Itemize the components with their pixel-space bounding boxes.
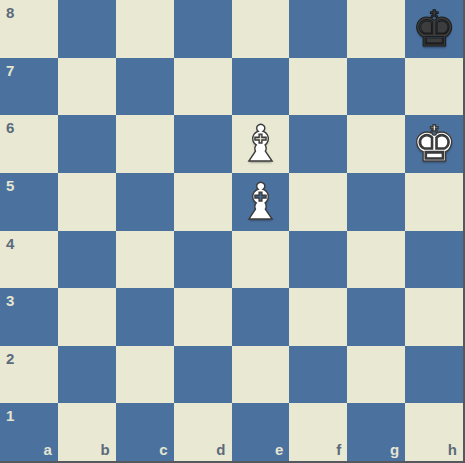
square-f1[interactable]: f xyxy=(289,403,347,461)
square-d4[interactable] xyxy=(174,231,232,289)
square-d1[interactable]: d xyxy=(174,403,232,461)
rank-label-1: 1 xyxy=(6,408,14,423)
square-h7[interactable] xyxy=(405,58,463,116)
square-b5[interactable] xyxy=(58,173,116,231)
square-b6[interactable] xyxy=(58,115,116,173)
square-f2[interactable] xyxy=(289,346,347,404)
rank-label-3: 3 xyxy=(6,293,14,308)
square-h3[interactable] xyxy=(405,288,463,346)
square-b4[interactable] xyxy=(58,231,116,289)
square-d8[interactable] xyxy=(174,0,232,58)
square-e7[interactable] xyxy=(232,58,290,116)
square-e2[interactable] xyxy=(232,346,290,404)
rank-label-8: 8 xyxy=(6,5,14,20)
chess-board: 8♚76♝♚5♝4321abcdefgh xyxy=(0,0,465,463)
square-h6[interactable]: ♚ xyxy=(405,115,463,173)
square-h1[interactable]: h xyxy=(405,403,463,461)
square-g6[interactable] xyxy=(347,115,405,173)
square-g8[interactable] xyxy=(347,0,405,58)
square-a4[interactable]: 4 xyxy=(0,231,58,289)
square-a3[interactable]: 3 xyxy=(0,288,58,346)
rank-label-4: 4 xyxy=(6,236,14,251)
square-d7[interactable] xyxy=(174,58,232,116)
file-label-h: h xyxy=(448,442,457,457)
square-e3[interactable] xyxy=(232,288,290,346)
file-label-b: b xyxy=(101,442,110,457)
square-a8[interactable]: 8 xyxy=(0,0,58,58)
white-bishop[interactable]: ♝ xyxy=(238,119,283,169)
file-label-e: e xyxy=(275,442,283,457)
square-b1[interactable]: b xyxy=(58,403,116,461)
square-c8[interactable] xyxy=(116,0,174,58)
square-f3[interactable] xyxy=(289,288,347,346)
square-a2[interactable]: 2 xyxy=(0,346,58,404)
square-b3[interactable] xyxy=(58,288,116,346)
file-label-d: d xyxy=(216,442,225,457)
square-c2[interactable] xyxy=(116,346,174,404)
square-e4[interactable] xyxy=(232,231,290,289)
square-a1[interactable]: 1a xyxy=(0,403,58,461)
square-h8[interactable]: ♚ xyxy=(405,0,463,58)
square-f8[interactable] xyxy=(289,0,347,58)
square-f7[interactable] xyxy=(289,58,347,116)
square-h4[interactable] xyxy=(405,231,463,289)
square-d6[interactable] xyxy=(174,115,232,173)
black-king[interactable]: ♚ xyxy=(412,4,457,54)
square-b2[interactable] xyxy=(58,346,116,404)
square-b8[interactable] xyxy=(58,0,116,58)
square-g4[interactable] xyxy=(347,231,405,289)
square-f6[interactable] xyxy=(289,115,347,173)
rank-label-6: 6 xyxy=(6,120,14,135)
file-label-g: g xyxy=(390,442,399,457)
square-c7[interactable] xyxy=(116,58,174,116)
square-c1[interactable]: c xyxy=(116,403,174,461)
square-a7[interactable]: 7 xyxy=(0,58,58,116)
square-c6[interactable] xyxy=(116,115,174,173)
square-g1[interactable]: g xyxy=(347,403,405,461)
square-g2[interactable] xyxy=(347,346,405,404)
square-a5[interactable]: 5 xyxy=(0,173,58,231)
square-e1[interactable]: e xyxy=(232,403,290,461)
square-e6[interactable]: ♝ xyxy=(232,115,290,173)
square-g5[interactable] xyxy=(347,173,405,231)
file-label-c: c xyxy=(159,442,167,457)
rank-label-7: 7 xyxy=(6,63,14,78)
square-g7[interactable] xyxy=(347,58,405,116)
square-f4[interactable] xyxy=(289,231,347,289)
square-c5[interactable] xyxy=(116,173,174,231)
square-c4[interactable] xyxy=(116,231,174,289)
square-e8[interactable] xyxy=(232,0,290,58)
rank-label-5: 5 xyxy=(6,178,14,193)
white-bishop[interactable]: ♝ xyxy=(238,177,283,227)
square-h2[interactable] xyxy=(405,346,463,404)
square-a6[interactable]: 6 xyxy=(0,115,58,173)
file-label-f: f xyxy=(336,442,341,457)
square-d2[interactable] xyxy=(174,346,232,404)
square-b7[interactable] xyxy=(58,58,116,116)
file-label-a: a xyxy=(44,442,52,457)
square-c3[interactable] xyxy=(116,288,174,346)
square-d3[interactable] xyxy=(174,288,232,346)
rank-label-2: 2 xyxy=(6,351,14,366)
square-h5[interactable] xyxy=(405,173,463,231)
square-d5[interactable] xyxy=(174,173,232,231)
square-f5[interactable] xyxy=(289,173,347,231)
square-g3[interactable] xyxy=(347,288,405,346)
white-king[interactable]: ♚ xyxy=(412,119,457,169)
square-e5[interactable]: ♝ xyxy=(232,173,290,231)
